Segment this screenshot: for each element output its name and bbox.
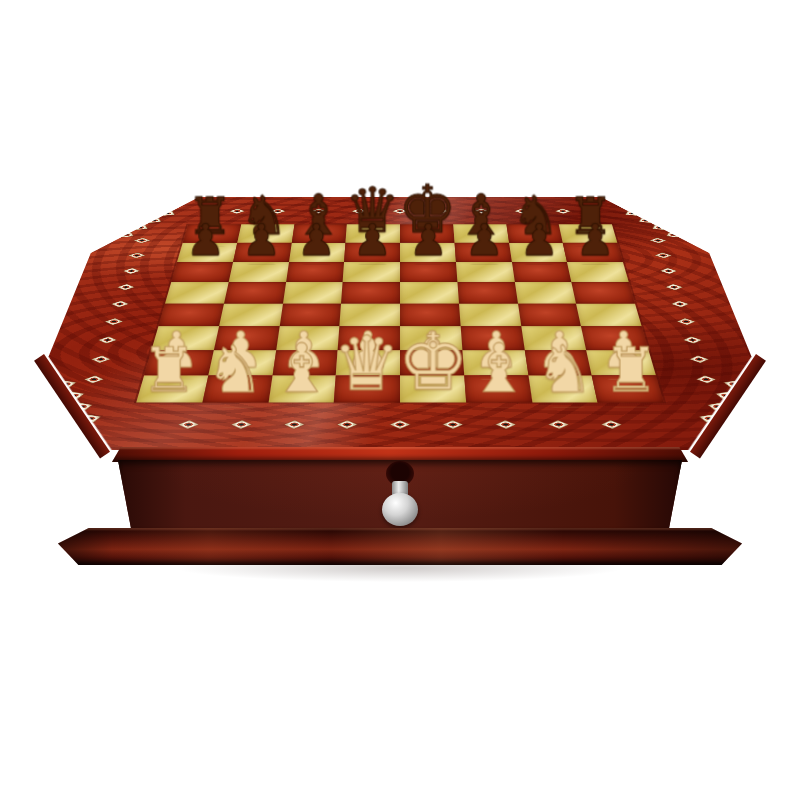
square-c5: [282, 282, 342, 303]
square-f7: ♟: [454, 243, 511, 262]
square-c7: ♟: [289, 243, 346, 262]
piece-black-pawn: ♟: [569, 218, 621, 262]
square-g5: [514, 282, 576, 303]
piece-black-pawn: ♟: [179, 218, 231, 262]
square-g6: [511, 262, 571, 282]
piece-black-pawn: ♟: [235, 218, 287, 262]
chess-board-grid: ♜♞♝♛♚♝♞♜♟♟♟♟♟♟♟♟♟♟♟♟♟♟♟♟♜♞♝♛♚♝♞♜: [136, 224, 664, 402]
base-plinth: [58, 528, 742, 565]
square-a6: [171, 262, 233, 282]
square-b6: [228, 262, 288, 282]
drawer-knob: [382, 493, 418, 526]
square-f5: [457, 282, 517, 303]
square-g7: ♟: [509, 243, 568, 262]
square-h1: ♜: [592, 376, 664, 403]
piece-black-pawn: ♟: [457, 218, 509, 262]
square-e7: ♟: [400, 243, 456, 262]
square-h6: [567, 262, 629, 282]
square-d5: [341, 282, 400, 303]
chess-set: ♜♞♝♛♚♝♞♜♟♟♟♟♟♟♟♟♟♟♟♟♟♟♟♟♜♞♝♛♚♝♞♜: [0, 0, 800, 800]
square-e6: [400, 262, 457, 282]
square-f6: [456, 262, 515, 282]
piece-white-knight: ♞: [526, 336, 604, 401]
square-e1: ♚: [400, 376, 466, 403]
product-photo-canvas: ♜♞♝♛♚♝♞♜♟♟♟♟♟♟♟♟♟♟♟♟♟♟♟♟♜♞♝♛♚♝♞♜: [0, 0, 800, 800]
square-g1: ♞: [528, 376, 598, 403]
square-f1: ♝: [464, 376, 532, 403]
piece-black-pawn: ♟: [290, 218, 342, 262]
square-a7: ♟: [177, 243, 237, 262]
square-c6: [286, 262, 345, 282]
board-front-edge: [112, 447, 688, 462]
square-e5: [400, 282, 459, 303]
square-d7: ♟: [344, 243, 400, 262]
piece-black-pawn: ♟: [346, 218, 398, 262]
board-top-3d: ♜♞♝♛♚♝♞♜♟♟♟♟♟♟♟♟♟♟♟♟♟♟♟♟♜♞♝♛♚♝♞♜: [10, 197, 789, 450]
square-b7: ♟: [233, 243, 292, 262]
square-a5: [165, 282, 228, 303]
square-h7: ♟: [563, 243, 623, 262]
piece-black-pawn: ♟: [402, 218, 454, 262]
piece-black-pawn: ♟: [513, 218, 565, 262]
square-b5: [224, 282, 286, 303]
square-d6: [343, 262, 400, 282]
square-h5: [572, 282, 635, 303]
piece-white-rook: ♜: [594, 340, 668, 402]
